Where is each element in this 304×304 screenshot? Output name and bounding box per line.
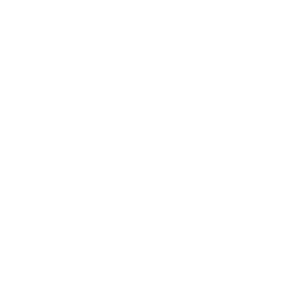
chess-board — [0, 0, 304, 304]
chess-board-container — [0, 0, 304, 304]
